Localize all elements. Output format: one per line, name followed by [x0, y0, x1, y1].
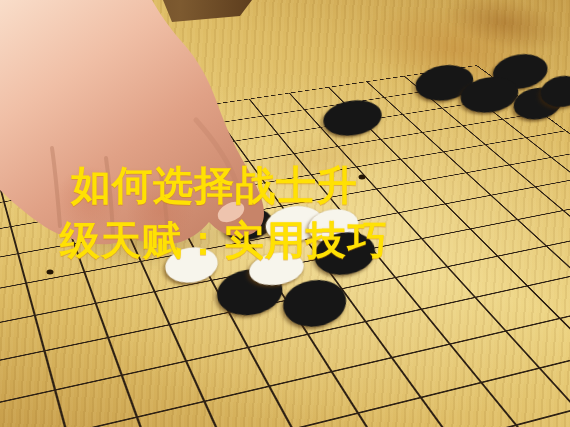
caption-line-1: 如何选择战士升 — [71, 164, 358, 206]
black-stone: ● — [534, 64, 570, 111]
black-stone: ● — [273, 263, 354, 334]
go-board-photo: ●●●●●●●●●●●●●● 如何选择战士升 级天赋：实用技巧 — [0, 0, 570, 427]
caption-line-2: 级天赋：实用技巧 — [60, 219, 388, 261]
black-stone: ● — [315, 87, 388, 142]
